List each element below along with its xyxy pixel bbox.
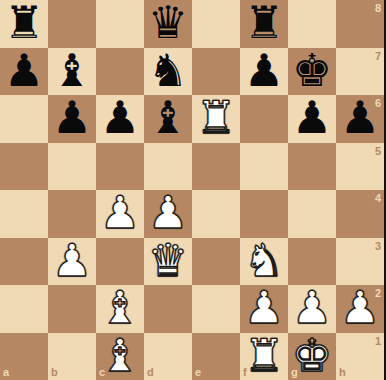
square-a4[interactable] <box>0 190 48 238</box>
square-a3[interactable] <box>0 238 48 286</box>
square-h5[interactable]: 5 <box>336 143 384 191</box>
square-f4[interactable] <box>240 190 288 238</box>
square-f6[interactable] <box>240 95 288 143</box>
square-f7[interactable]: ♟ <box>240 48 288 96</box>
piece-black-queen[interactable]: ♛ <box>148 0 188 47</box>
square-a5[interactable] <box>0 143 48 191</box>
piece-black-pawn[interactable]: ♟ <box>4 47 44 95</box>
piece-black-king[interactable]: ♚ <box>292 47 332 95</box>
square-b6[interactable]: ♟ <box>48 95 96 143</box>
square-f2[interactable]: ♟ <box>240 285 288 333</box>
file-label-d: d <box>147 367 154 378</box>
square-h6[interactable]: ♟6 <box>336 95 384 143</box>
square-d5[interactable] <box>144 143 192 191</box>
square-b4[interactable] <box>48 190 96 238</box>
piece-white-pawn[interactable]: ♟ <box>244 284 284 332</box>
file-label-e: e <box>195 367 201 378</box>
square-h1[interactable]: 1h <box>336 333 384 380</box>
square-h2[interactable]: ♟2 <box>336 285 384 333</box>
square-g7[interactable]: ♚ <box>288 48 336 96</box>
square-e6[interactable]: ♜ <box>192 95 240 143</box>
piece-black-pawn[interactable]: ♟ <box>340 94 380 142</box>
square-f5[interactable] <box>240 143 288 191</box>
piece-white-pawn[interactable]: ♟ <box>340 284 380 332</box>
piece-white-rook[interactable]: ♜ <box>196 94 236 142</box>
square-a2[interactable] <box>0 285 48 333</box>
rank-label-3: 3 <box>375 241 381 252</box>
piece-white-pawn[interactable]: ♟ <box>292 284 332 332</box>
square-c5[interactable] <box>96 143 144 191</box>
square-a6[interactable] <box>0 95 48 143</box>
square-g2[interactable]: ♟ <box>288 285 336 333</box>
square-f1[interactable]: ♜f <box>240 333 288 380</box>
square-g3[interactable] <box>288 238 336 286</box>
square-d1[interactable]: d <box>144 333 192 380</box>
square-d6[interactable]: ♝ <box>144 95 192 143</box>
square-c3[interactable] <box>96 238 144 286</box>
piece-white-pawn[interactable]: ♟ <box>148 189 188 237</box>
piece-white-king[interactable]: ♚ <box>292 332 332 380</box>
square-d2[interactable] <box>144 285 192 333</box>
square-e1[interactable]: e <box>192 333 240 380</box>
piece-black-bishop[interactable]: ♝ <box>52 47 92 95</box>
square-c4[interactable]: ♟ <box>96 190 144 238</box>
square-a8[interactable]: ♜ <box>0 0 48 48</box>
piece-white-knight[interactable]: ♞ <box>244 237 284 285</box>
piece-black-pawn[interactable]: ♟ <box>52 94 92 142</box>
square-g4[interactable] <box>288 190 336 238</box>
square-b1[interactable]: b <box>48 333 96 380</box>
square-e3[interactable] <box>192 238 240 286</box>
rank-label-5: 5 <box>375 146 381 157</box>
piece-black-pawn[interactable]: ♟ <box>292 94 332 142</box>
piece-black-bishop[interactable]: ♝ <box>148 94 188 142</box>
square-e5[interactable] <box>192 143 240 191</box>
rank-label-7: 7 <box>375 51 381 62</box>
square-b2[interactable] <box>48 285 96 333</box>
piece-black-rook[interactable]: ♜ <box>4 0 44 47</box>
piece-white-pawn[interactable]: ♟ <box>52 237 92 285</box>
square-h4[interactable]: 4 <box>336 190 384 238</box>
piece-black-pawn[interactable]: ♟ <box>244 47 284 95</box>
piece-white-bishop[interactable]: ♝ <box>100 284 140 332</box>
square-b5[interactable] <box>48 143 96 191</box>
piece-black-knight[interactable]: ♞ <box>148 47 188 95</box>
square-f8[interactable]: ♜ <box>240 0 288 48</box>
square-c2[interactable]: ♝ <box>96 285 144 333</box>
square-c8[interactable] <box>96 0 144 48</box>
square-a7[interactable]: ♟ <box>0 48 48 96</box>
square-e2[interactable] <box>192 285 240 333</box>
square-e4[interactable] <box>192 190 240 238</box>
rank-label-4: 4 <box>375 193 381 204</box>
square-h3[interactable]: 3 <box>336 238 384 286</box>
piece-black-rook[interactable]: ♜ <box>244 0 284 47</box>
piece-white-pawn[interactable]: ♟ <box>100 189 140 237</box>
file-label-a: a <box>3 367 9 378</box>
piece-black-pawn[interactable]: ♟ <box>100 94 140 142</box>
square-d4[interactable]: ♟ <box>144 190 192 238</box>
file-label-h: h <box>339 367 346 378</box>
square-a1[interactable]: a <box>0 333 48 380</box>
rank-label-1: 1 <box>375 336 381 347</box>
piece-white-bishop[interactable]: ♝ <box>100 332 140 380</box>
piece-white-queen[interactable]: ♛ <box>148 237 188 285</box>
square-f3[interactable]: ♞ <box>240 238 288 286</box>
square-b8[interactable] <box>48 0 96 48</box>
square-h7[interactable]: 7 <box>336 48 384 96</box>
square-d8[interactable]: ♛ <box>144 0 192 48</box>
square-b3[interactable]: ♟ <box>48 238 96 286</box>
square-g5[interactable] <box>288 143 336 191</box>
square-b7[interactable]: ♝ <box>48 48 96 96</box>
chess-app: ♜♛♜8♟♝♞♟♚7♟♟♝♜♟♟65♟♟4♟♛♞3♝♟♟♟2ab♝cde♜f♚g… <box>0 0 386 380</box>
square-g6[interactable]: ♟ <box>288 95 336 143</box>
square-h8[interactable]: 8 <box>336 0 384 48</box>
square-c7[interactable] <box>96 48 144 96</box>
square-g1[interactable]: ♚g <box>288 333 336 380</box>
square-d7[interactable]: ♞ <box>144 48 192 96</box>
chess-board[interactable]: ♜♛♜8♟♝♞♟♚7♟♟♝♜♟♟65♟♟4♟♛♞3♝♟♟♟2ab♝cde♜f♚g… <box>0 0 384 380</box>
square-c1[interactable]: ♝c <box>96 333 144 380</box>
square-d3[interactable]: ♛ <box>144 238 192 286</box>
square-e8[interactable] <box>192 0 240 48</box>
rank-label-8: 8 <box>375 3 381 14</box>
square-c6[interactable]: ♟ <box>96 95 144 143</box>
square-e7[interactable] <box>192 48 240 96</box>
piece-white-rook[interactable]: ♜ <box>244 332 284 380</box>
square-g8[interactable] <box>288 0 336 48</box>
file-label-b: b <box>51 367 58 378</box>
